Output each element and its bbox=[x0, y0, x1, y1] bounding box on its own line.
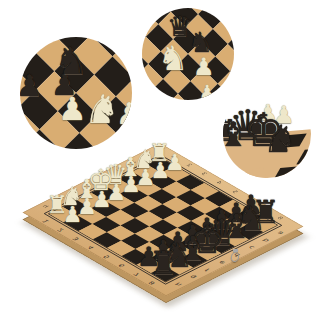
inset-board-square bbox=[131, 37, 132, 60]
detail-inset-photo-left: ♟♟♞♟♟♞ bbox=[20, 37, 132, 149]
inset-board-square bbox=[233, 86, 234, 100]
dark-square-decor bbox=[232, 175, 250, 178]
detail-inset-photo-right: ♟♟♜♝♛♚♞ bbox=[223, 90, 311, 178]
file-label: f bbox=[68, 188, 81, 195]
file-label: c bbox=[245, 244, 258, 251]
rank-label: 3 bbox=[70, 235, 83, 242]
rank-label: 4 bbox=[213, 179, 226, 186]
clasp-ring bbox=[230, 251, 240, 263]
rank-label: 4 bbox=[85, 244, 98, 251]
white-pawn: ♟ bbox=[258, 102, 278, 124]
rank-label: 1 bbox=[39, 217, 52, 224]
dark-square-decor bbox=[272, 165, 311, 178]
rank-label: 6 bbox=[116, 262, 129, 269]
file-label: f bbox=[202, 266, 215, 273]
dark-square-decor bbox=[296, 147, 311, 165]
file-label: a bbox=[141, 151, 154, 158]
white-pawn: ♟ bbox=[273, 103, 295, 127]
dark-square-decor bbox=[274, 134, 307, 149]
file-label: b bbox=[260, 236, 273, 243]
file-label: g bbox=[53, 196, 66, 203]
inset-board-square bbox=[142, 91, 166, 100]
file-label: h bbox=[172, 281, 185, 288]
file-label: b bbox=[126, 159, 139, 166]
inset-board-square bbox=[20, 126, 21, 149]
rank-label: 5 bbox=[100, 253, 113, 260]
file-label: e bbox=[216, 259, 229, 266]
inset-mini-board bbox=[142, 8, 234, 100]
file-label: a bbox=[275, 229, 288, 236]
rank-label: 1 bbox=[167, 153, 180, 160]
rank-label: 8 bbox=[274, 215, 287, 222]
inset-board-square bbox=[20, 148, 43, 149]
file-label: d bbox=[97, 174, 110, 181]
file-label: g bbox=[187, 273, 200, 280]
rank-label: 2 bbox=[183, 162, 196, 169]
rank-label: 7 bbox=[131, 271, 144, 278]
inset-board-square bbox=[142, 8, 143, 22]
rank-label: 2 bbox=[55, 226, 68, 233]
rank-label: 8 bbox=[146, 279, 159, 286]
board-surface bbox=[223, 126, 311, 178]
inset-mini-board bbox=[20, 37, 132, 149]
rank-label: 3 bbox=[198, 170, 211, 177]
rank-label: 5 bbox=[228, 188, 241, 195]
file-label: e bbox=[83, 181, 96, 188]
file-label: c bbox=[112, 166, 125, 173]
rank-label: 6 bbox=[244, 197, 257, 204]
inset-board-square bbox=[142, 8, 156, 9]
detail-inset-photo-middle: ♟♟♞♛♞ bbox=[142, 8, 234, 100]
inset-board-square bbox=[225, 8, 234, 32]
metal-clasp-icon bbox=[231, 249, 239, 262]
product-photo: ♟♟♞♟♟♞ ♟♟♞♛♞ ♟♟♜♝♛♚♞ aabbccddeeffgghh112… bbox=[0, 0, 320, 320]
rank-label: 7 bbox=[259, 206, 272, 213]
inset-board-square bbox=[220, 99, 234, 100]
file-label: h bbox=[39, 203, 52, 210]
inset-board-square bbox=[109, 37, 132, 38]
